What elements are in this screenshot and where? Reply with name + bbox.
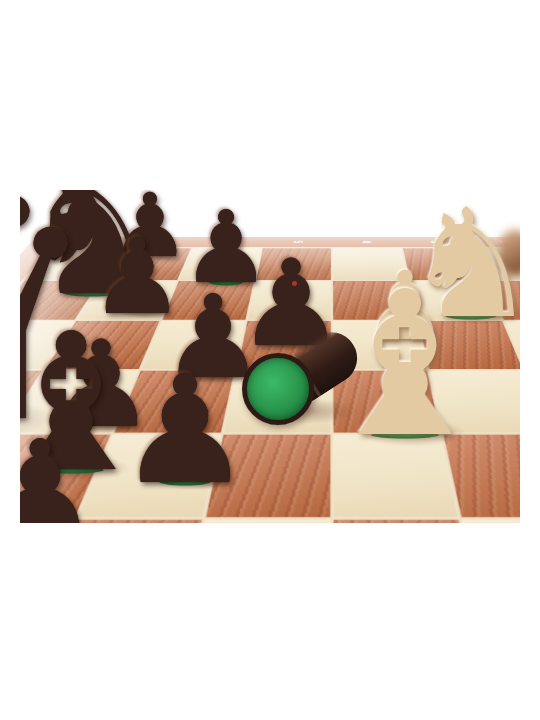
chess-set-photo: 87654321 ♛♞♟♟♟♟♟♟♝♟♟♞♟♝ (20, 190, 520, 523)
border-rank-label: 4 (359, 240, 373, 243)
product-photo-page: 87654321 ♛♞♟♟♟♟♟♟♝♟♟♞♟♝ (0, 0, 540, 720)
white-bishop: ♝ (315, 265, 494, 465)
red-mark (292, 281, 297, 286)
fallen-pawn-felt-base (242, 353, 314, 425)
black-pawn-8: ♟ (20, 423, 98, 523)
board-square (460, 518, 520, 523)
black-pawn-7: ♟ (118, 355, 252, 505)
